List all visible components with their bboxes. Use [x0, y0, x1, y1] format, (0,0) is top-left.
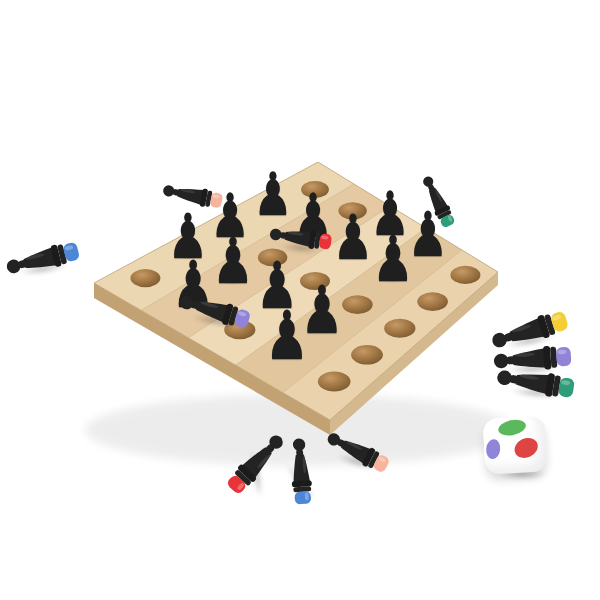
board-hole-r4c4[interactable]: [318, 372, 351, 392]
board-hole-r1c4[interactable]: [417, 292, 448, 311]
board-hole-r2c3[interactable]: [342, 295, 373, 314]
loose-peg-blue-bottom[interactable]: [287, 437, 315, 506]
scene: ♟♟♟♟♟♟♟♟♟♟♟♟♟: [0, 0, 600, 600]
die-face-left-purple-dot: [485, 438, 501, 460]
standing-pawn-r3c1[interactable]: ♟: [211, 230, 253, 294]
die-face-right-red-dot: [511, 434, 541, 461]
board-hole-r4c0[interactable]: [130, 269, 160, 287]
standing-pawn-r1c2[interactable]: ♟: [332, 207, 373, 270]
board-hole-r3c4[interactable]: [351, 345, 383, 364]
die-face-top-green-dot: [497, 417, 528, 437]
standing-pawn-r1c0[interactable]: ♟: [253, 164, 293, 224]
board-hole-r2c4[interactable]: [384, 319, 415, 338]
color-die[interactable]: [483, 415, 548, 474]
standing-pawn-r1c3[interactable]: ♟: [371, 228, 413, 292]
standing-pawn-r4c3[interactable]: ♟: [265, 301, 310, 369]
board-hole-r0c4[interactable]: [450, 266, 480, 284]
